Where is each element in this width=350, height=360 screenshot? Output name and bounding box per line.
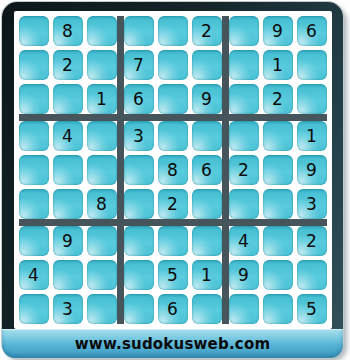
cell-r8c4[interactable] bbox=[124, 260, 154, 290]
cell-r6c5[interactable]: 2 bbox=[158, 189, 188, 219]
cell-r6c3[interactable]: 8 bbox=[87, 189, 117, 219]
cell-r9c7[interactable] bbox=[229, 294, 259, 324]
cell-r5c3[interactable] bbox=[87, 155, 117, 185]
cell-r3c4[interactable]: 6 bbox=[124, 84, 154, 114]
box-7: 943 bbox=[19, 226, 117, 324]
cell-r2c8[interactable]: 1 bbox=[263, 50, 293, 80]
cell-r1c7[interactable] bbox=[229, 16, 259, 46]
cell-r8c3[interactable] bbox=[87, 260, 117, 290]
cell-r4c2[interactable]: 4 bbox=[53, 121, 83, 151]
cell-r9c3[interactable] bbox=[87, 294, 117, 324]
cell-r3c3[interactable]: 1 bbox=[87, 84, 117, 114]
page: 8212769961248386212939435164295 www.sudo… bbox=[0, 0, 350, 360]
box-2: 2769 bbox=[124, 16, 222, 114]
cell-r9c6[interactable] bbox=[192, 294, 222, 324]
cell-r5c5[interactable]: 8 bbox=[158, 155, 188, 185]
cell-r2c5[interactable] bbox=[158, 50, 188, 80]
cell-r8c5[interactable]: 5 bbox=[158, 260, 188, 290]
cell-r7c8[interactable] bbox=[263, 226, 293, 256]
cell-r1c3[interactable] bbox=[87, 16, 117, 46]
cell-r3c6[interactable]: 9 bbox=[192, 84, 222, 114]
cell-r8c8[interactable] bbox=[263, 260, 293, 290]
cell-r3c9[interactable] bbox=[297, 84, 327, 114]
cell-r1c1[interactable] bbox=[19, 16, 49, 46]
cell-r6c7[interactable] bbox=[229, 189, 259, 219]
cell-r7c4[interactable] bbox=[124, 226, 154, 256]
cell-r3c5[interactable] bbox=[158, 84, 188, 114]
cell-r3c1[interactable] bbox=[19, 84, 49, 114]
cell-r5c6[interactable]: 6 bbox=[192, 155, 222, 185]
cell-r9c9[interactable]: 5 bbox=[297, 294, 327, 324]
cell-r9c8[interactable] bbox=[263, 294, 293, 324]
cell-r7c6[interactable] bbox=[192, 226, 222, 256]
cell-r1c2[interactable]: 8 bbox=[53, 16, 83, 46]
cell-r5c4[interactable] bbox=[124, 155, 154, 185]
cell-r6c8[interactable] bbox=[263, 189, 293, 219]
cell-r9c4[interactable] bbox=[124, 294, 154, 324]
cell-r7c5[interactable] bbox=[158, 226, 188, 256]
box-4: 48 bbox=[19, 121, 117, 219]
cell-r5c8[interactable] bbox=[263, 155, 293, 185]
cell-r2c2[interactable]: 2 bbox=[53, 50, 83, 80]
cell-r4c4[interactable]: 3 bbox=[124, 121, 154, 151]
cell-r7c2[interactable]: 9 bbox=[53, 226, 83, 256]
cell-r8c1[interactable]: 4 bbox=[19, 260, 49, 290]
cell-r2c3[interactable] bbox=[87, 50, 117, 80]
cell-r6c1[interactable] bbox=[19, 189, 49, 219]
cell-r7c9[interactable]: 2 bbox=[297, 226, 327, 256]
cell-r9c1[interactable] bbox=[19, 294, 49, 324]
cell-r5c7[interactable]: 2 bbox=[229, 155, 259, 185]
box-6: 1293 bbox=[229, 121, 327, 219]
cell-r1c9[interactable]: 6 bbox=[297, 16, 327, 46]
cell-r4c3[interactable] bbox=[87, 121, 117, 151]
cell-r1c8[interactable]: 9 bbox=[263, 16, 293, 46]
website-url[interactable]: www.sudokusweb.com bbox=[75, 335, 270, 353]
cell-r3c8[interactable]: 2 bbox=[263, 84, 293, 114]
cell-r9c5[interactable]: 6 bbox=[158, 294, 188, 324]
cell-r2c7[interactable] bbox=[229, 50, 259, 80]
cell-r8c2[interactable] bbox=[53, 260, 83, 290]
cell-r6c6[interactable] bbox=[192, 189, 222, 219]
cell-r8c6[interactable]: 1 bbox=[192, 260, 222, 290]
box-8: 516 bbox=[124, 226, 222, 324]
box-3: 9612 bbox=[229, 16, 327, 114]
sudoku-frame: 8212769961248386212939435164295 www.sudo… bbox=[2, 2, 343, 358]
cell-r8c7[interactable]: 9 bbox=[229, 260, 259, 290]
box-1: 821 bbox=[19, 16, 117, 114]
cell-r4c6[interactable] bbox=[192, 121, 222, 151]
box-5: 3862 bbox=[124, 121, 222, 219]
footer-bar: www.sudokusweb.com bbox=[2, 329, 343, 358]
box-9: 4295 bbox=[229, 226, 327, 324]
cell-r4c1[interactable] bbox=[19, 121, 49, 151]
cell-r2c6[interactable] bbox=[192, 50, 222, 80]
cell-r1c4[interactable] bbox=[124, 16, 154, 46]
cell-r1c6[interactable]: 2 bbox=[192, 16, 222, 46]
cell-r2c1[interactable] bbox=[19, 50, 49, 80]
cell-r7c7[interactable]: 4 bbox=[229, 226, 259, 256]
cell-r6c4[interactable] bbox=[124, 189, 154, 219]
cell-r8c9[interactable] bbox=[297, 260, 327, 290]
cell-r4c5[interactable] bbox=[158, 121, 188, 151]
cell-r9c2[interactable]: 3 bbox=[53, 294, 83, 324]
cell-r2c4[interactable]: 7 bbox=[124, 50, 154, 80]
cell-r2c9[interactable] bbox=[297, 50, 327, 80]
cell-r3c7[interactable] bbox=[229, 84, 259, 114]
cell-r3c2[interactable] bbox=[53, 84, 83, 114]
cell-r5c9[interactable]: 9 bbox=[297, 155, 327, 185]
sudoku-board: 8212769961248386212939435164295 bbox=[14, 11, 332, 329]
cell-r4c7[interactable] bbox=[229, 121, 259, 151]
cell-r7c3[interactable] bbox=[87, 226, 117, 256]
cell-r6c2[interactable] bbox=[53, 189, 83, 219]
cell-r1c5[interactable] bbox=[158, 16, 188, 46]
cell-r5c2[interactable] bbox=[53, 155, 83, 185]
cell-r4c9[interactable]: 1 bbox=[297, 121, 327, 151]
cell-r5c1[interactable] bbox=[19, 155, 49, 185]
cell-r4c8[interactable] bbox=[263, 121, 293, 151]
cell-r7c1[interactable] bbox=[19, 226, 49, 256]
cell-r6c9[interactable]: 3 bbox=[297, 189, 327, 219]
